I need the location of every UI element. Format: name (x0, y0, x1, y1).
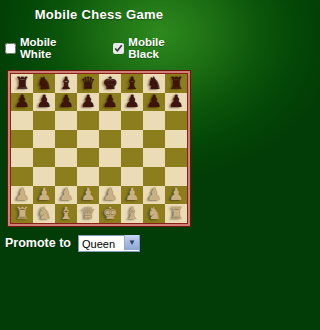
square-a5[interactable] (11, 130, 33, 149)
black-rook-piece: ♜ (14, 74, 29, 92)
black-knight-piece: ♞ (36, 74, 51, 92)
square-c1[interactable]: ♝ (55, 204, 77, 223)
square-f5[interactable] (121, 130, 143, 149)
square-f7[interactable]: ♟ (121, 93, 143, 112)
square-g5[interactable] (143, 130, 165, 149)
square-e6[interactable] (99, 111, 121, 130)
black-pawn-piece: ♟ (124, 92, 139, 110)
black-pawn-piece: ♟ (58, 92, 73, 110)
black-knight-piece: ♞ (146, 74, 161, 92)
square-h2[interactable]: ♟ (165, 186, 187, 205)
square-d4[interactable] (77, 148, 99, 167)
mobile-black-checkbox[interactable] (113, 43, 124, 54)
square-d8[interactable]: ♛ (77, 74, 99, 93)
square-h7[interactable]: ♟ (165, 93, 187, 112)
square-f1[interactable]: ♝ (121, 204, 143, 223)
square-b8[interactable]: ♞ (33, 74, 55, 93)
square-h8[interactable]: ♜ (165, 74, 187, 93)
black-bishop-piece: ♝ (124, 74, 139, 92)
black-king-piece: ♚ (102, 74, 117, 92)
square-h3[interactable] (165, 167, 187, 186)
square-f8[interactable]: ♝ (121, 74, 143, 93)
promote-select-wrap: Queen ▼ (78, 234, 140, 253)
square-b1[interactable]: ♞ (33, 204, 55, 223)
black-pawn-piece: ♟ (102, 92, 117, 110)
white-pawn-piece: ♟ (36, 185, 51, 203)
white-pawn-piece: ♟ (124, 185, 139, 203)
square-d1[interactable]: ♛ (77, 204, 99, 223)
square-d5[interactable] (77, 130, 99, 149)
square-e5[interactable] (99, 130, 121, 149)
chess-board[interactable]: ♜♞♝♛♚♝♞♜♟♟♟♟♟♟♟♟♟♟♟♟♟♟♟♟♜♞♝♛♚♝♞♜ (10, 73, 188, 224)
square-g2[interactable]: ♟ (143, 186, 165, 205)
square-e8[interactable]: ♚ (99, 74, 121, 93)
square-c8[interactable]: ♝ (55, 74, 77, 93)
square-a3[interactable] (11, 167, 33, 186)
white-queen-piece: ♛ (80, 204, 95, 222)
square-g7[interactable]: ♟ (143, 93, 165, 112)
square-g1[interactable]: ♞ (143, 204, 165, 223)
black-queen-piece: ♛ (80, 74, 95, 92)
white-rook-piece: ♜ (14, 204, 29, 222)
square-f6[interactable] (121, 111, 143, 130)
square-c2[interactable]: ♟ (55, 186, 77, 205)
black-pawn-piece: ♟ (36, 92, 51, 110)
white-pawn-piece: ♟ (80, 185, 95, 203)
square-e7[interactable]: ♟ (99, 93, 121, 112)
square-b2[interactable]: ♟ (33, 186, 55, 205)
square-c4[interactable] (55, 148, 77, 167)
white-bishop-piece: ♝ (124, 204, 139, 222)
promote-select[interactable]: Queen (78, 235, 140, 252)
square-e1[interactable]: ♚ (99, 204, 121, 223)
square-a4[interactable] (11, 148, 33, 167)
white-pawn-piece: ♟ (58, 185, 73, 203)
chess-board-frame: ♜♞♝♛♚♝♞♜♟♟♟♟♟♟♟♟♟♟♟♟♟♟♟♟♜♞♝♛♚♝♞♜ (7, 70, 191, 227)
black-pawn-piece: ♟ (80, 92, 95, 110)
white-bishop-piece: ♝ (58, 204, 73, 222)
square-b4[interactable] (33, 148, 55, 167)
black-pawn-piece: ♟ (168, 92, 183, 110)
square-f3[interactable] (121, 167, 143, 186)
square-a8[interactable]: ♜ (11, 74, 33, 93)
square-d6[interactable] (77, 111, 99, 130)
square-g3[interactable] (143, 167, 165, 186)
promotion-controls: Promote to Queen ▼ (0, 234, 198, 253)
square-h6[interactable] (165, 111, 187, 130)
page-title: Mobile Chess Game (0, 0, 198, 22)
square-e4[interactable] (99, 148, 121, 167)
black-pawn-piece: ♟ (14, 92, 29, 110)
white-pawn-piece: ♟ (168, 185, 183, 203)
mobile-white-checkbox[interactable] (5, 43, 16, 54)
white-pawn-piece: ♟ (102, 185, 117, 203)
square-h4[interactable] (165, 148, 187, 167)
square-c7[interactable]: ♟ (55, 93, 77, 112)
white-knight-piece: ♞ (36, 204, 51, 222)
mobile-white-control: Mobile White (5, 36, 90, 60)
white-pawn-piece: ♟ (14, 185, 29, 203)
square-a1[interactable]: ♜ (11, 204, 33, 223)
square-g4[interactable] (143, 148, 165, 167)
square-g8[interactable]: ♞ (143, 74, 165, 93)
square-c6[interactable] (55, 111, 77, 130)
square-b7[interactable]: ♟ (33, 93, 55, 112)
square-b6[interactable] (33, 111, 55, 130)
square-c3[interactable] (55, 167, 77, 186)
square-h5[interactable] (165, 130, 187, 149)
mobile-white-label: Mobile White (20, 36, 90, 60)
black-bishop-piece: ♝ (58, 74, 73, 92)
square-d2[interactable]: ♟ (77, 186, 99, 205)
mobile-black-label: Mobile Black (128, 36, 198, 60)
square-f4[interactable] (121, 148, 143, 167)
white-rook-piece: ♜ (168, 204, 183, 222)
black-pawn-piece: ♟ (146, 92, 161, 110)
square-d3[interactable] (77, 167, 99, 186)
square-a6[interactable] (11, 111, 33, 130)
square-a2[interactable]: ♟ (11, 186, 33, 205)
square-h1[interactable]: ♜ (165, 204, 187, 223)
white-knight-piece: ♞ (146, 204, 161, 222)
square-b5[interactable] (33, 130, 55, 149)
square-b3[interactable] (33, 167, 55, 186)
square-f2[interactable]: ♟ (121, 186, 143, 205)
white-king-piece: ♚ (102, 204, 117, 222)
black-rook-piece: ♜ (168, 74, 183, 92)
square-c5[interactable] (55, 130, 77, 149)
square-g6[interactable] (143, 111, 165, 130)
square-e3[interactable] (99, 167, 121, 186)
square-a7[interactable]: ♟ (11, 93, 33, 112)
player-mode-controls: Mobile White Mobile Black (0, 36, 198, 60)
promote-to-label: Promote to (5, 236, 71, 250)
square-d7[interactable]: ♟ (77, 93, 99, 112)
mobile-black-control: Mobile Black (113, 36, 198, 60)
white-pawn-piece: ♟ (146, 185, 161, 203)
square-e2[interactable]: ♟ (99, 186, 121, 205)
